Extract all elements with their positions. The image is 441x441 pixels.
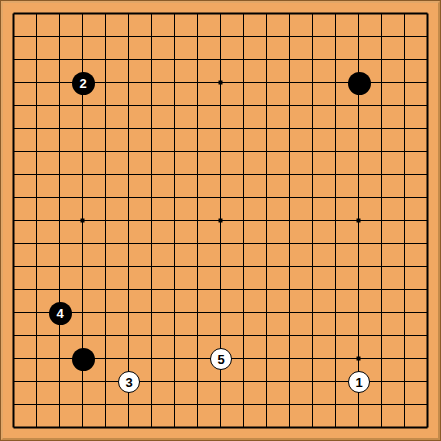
stone-white-k4[interactable]: 5 — [210, 348, 232, 370]
stone-black-c6[interactable]: 4 — [49, 302, 72, 325]
stone-black-q16[interactable] — [348, 72, 371, 95]
stone-layer: 24351 — [3, 3, 440, 440]
stone-black-d4[interactable] — [72, 348, 95, 371]
go-board[interactable]: 24351 — [0, 0, 441, 441]
stone-black-d16[interactable]: 2 — [72, 72, 95, 95]
stone-white-f3[interactable]: 3 — [118, 371, 140, 393]
stone-white-q3[interactable]: 1 — [348, 371, 370, 393]
